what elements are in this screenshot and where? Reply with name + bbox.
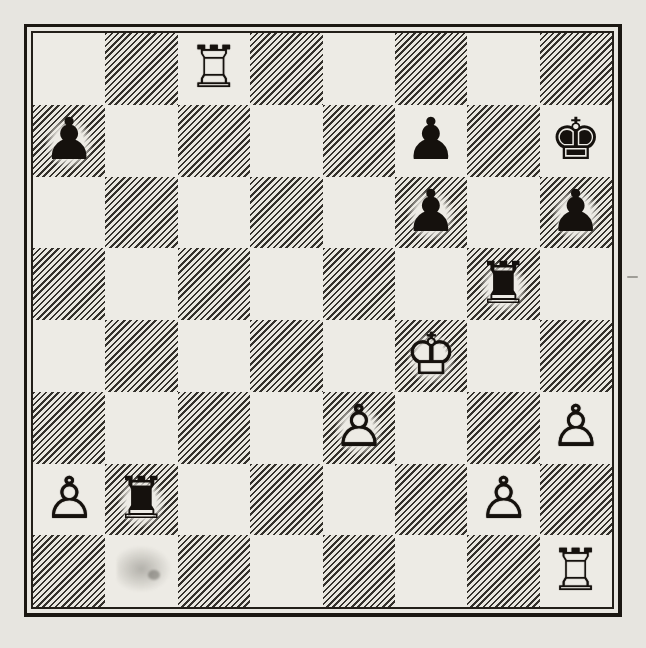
black-pawn-a7[interactable]: ♟	[34, 106, 103, 175]
square-a7[interactable]: ♟	[33, 105, 105, 177]
square-d8[interactable]	[250, 33, 322, 105]
square-d2[interactable]	[250, 464, 322, 536]
square-g6[interactable]	[467, 177, 539, 249]
white-pawn-a2[interactable]: ♙	[34, 465, 103, 534]
square-h7[interactable]: ♚	[540, 105, 612, 177]
black-pawn-h6[interactable]: ♟	[541, 178, 610, 247]
square-h4[interactable]	[540, 320, 612, 392]
square-b2[interactable]: ♜	[105, 464, 177, 536]
square-d7[interactable]	[250, 105, 322, 177]
square-g1[interactable]	[467, 535, 539, 607]
square-f4[interactable]: ♔	[395, 320, 467, 392]
square-b6[interactable]	[105, 177, 177, 249]
board-frame: ♖♟♟♚♟♟♜♔♙♙♙♜♙♖	[24, 24, 622, 617]
square-f7[interactable]: ♟	[395, 105, 467, 177]
square-h8[interactable]	[540, 33, 612, 105]
square-a2[interactable]: ♙	[33, 464, 105, 536]
square-f6[interactable]: ♟	[395, 177, 467, 249]
square-a1[interactable]	[33, 535, 105, 607]
square-e6[interactable]	[323, 177, 395, 249]
square-g3[interactable]	[467, 392, 539, 464]
board-grid: ♖♟♟♚♟♟♜♔♙♙♙♜♙♖	[33, 33, 612, 607]
square-c2[interactable]	[178, 464, 250, 536]
square-a6[interactable]	[33, 177, 105, 249]
square-g5[interactable]: ♜	[467, 248, 539, 320]
square-e8[interactable]	[323, 33, 395, 105]
square-e4[interactable]	[323, 320, 395, 392]
chess-diagram-page: { "game": "chess", "diagram_style": "vin…	[0, 0, 646, 648]
square-f8[interactable]	[395, 33, 467, 105]
white-king-f4[interactable]: ♔	[396, 321, 465, 390]
square-a4[interactable]	[33, 320, 105, 392]
square-f5[interactable]	[395, 248, 467, 320]
square-a3[interactable]	[33, 392, 105, 464]
square-d4[interactable]	[250, 320, 322, 392]
square-e2[interactable]	[323, 464, 395, 536]
square-e7[interactable]	[323, 105, 395, 177]
square-c3[interactable]	[178, 392, 250, 464]
board-inner-border: ♖♟♟♚♟♟♜♔♙♙♙♜♙♖	[31, 31, 614, 609]
square-g4[interactable]	[467, 320, 539, 392]
square-d5[interactable]	[250, 248, 322, 320]
square-a8[interactable]	[33, 33, 105, 105]
square-h6[interactable]: ♟	[540, 177, 612, 249]
square-f3[interactable]	[395, 392, 467, 464]
square-b8[interactable]	[105, 33, 177, 105]
white-pawn-e3[interactable]: ♙	[324, 393, 393, 462]
square-d6[interactable]	[250, 177, 322, 249]
square-b1[interactable]	[105, 535, 177, 607]
square-g7[interactable]	[467, 105, 539, 177]
square-h5[interactable]	[540, 248, 612, 320]
black-pawn-f7[interactable]: ♟	[396, 106, 465, 175]
square-e3[interactable]: ♙	[323, 392, 395, 464]
square-a5[interactable]	[33, 248, 105, 320]
stray-ink-mark	[627, 276, 638, 278]
square-c6[interactable]	[178, 177, 250, 249]
white-rook-h1[interactable]: ♖	[541, 537, 610, 606]
square-h3[interactable]: ♙	[540, 392, 612, 464]
square-c4[interactable]	[178, 320, 250, 392]
square-b7[interactable]	[105, 105, 177, 177]
square-e5[interactable]	[323, 248, 395, 320]
square-g8[interactable]	[467, 33, 539, 105]
square-c1[interactable]	[178, 535, 250, 607]
black-rook-b2[interactable]: ♜	[107, 465, 176, 534]
square-e1[interactable]	[323, 535, 395, 607]
white-pawn-g2[interactable]: ♙	[469, 465, 538, 534]
black-king-h7[interactable]: ♚	[541, 106, 610, 175]
black-pawn-f6[interactable]: ♟	[396, 178, 465, 247]
square-d3[interactable]	[250, 392, 322, 464]
white-pawn-h3[interactable]: ♙	[541, 393, 610, 462]
black-rook-g5[interactable]: ♜	[469, 250, 538, 319]
white-rook-c8[interactable]: ♖	[179, 34, 248, 103]
square-f2[interactable]	[395, 464, 467, 536]
square-c5[interactable]	[178, 248, 250, 320]
square-h1[interactable]: ♖	[540, 535, 612, 607]
square-c8[interactable]: ♖	[178, 33, 250, 105]
square-b4[interactable]	[105, 320, 177, 392]
square-g2[interactable]: ♙	[467, 464, 539, 536]
square-f1[interactable]	[395, 535, 467, 607]
square-b3[interactable]	[105, 392, 177, 464]
square-h2[interactable]	[540, 464, 612, 536]
square-b5[interactable]	[105, 248, 177, 320]
square-d1[interactable]	[250, 535, 322, 607]
square-c7[interactable]	[178, 105, 250, 177]
